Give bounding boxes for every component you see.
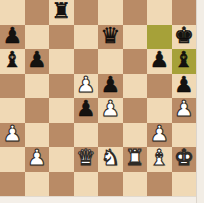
square-g6[interactable]: ♟ [147,49,172,74]
square-g5[interactable] [147,74,172,99]
square-e2[interactable]: ♞ [98,147,123,172]
square-e7[interactable]: ♛ [98,25,123,50]
square-f5[interactable] [123,74,148,99]
square-d5[interactable]: ♟ [74,74,99,99]
square-h8[interactable] [172,0,197,25]
black-rook[interactable]: ♜ [51,0,71,22]
square-a5[interactable] [0,74,25,99]
square-a7[interactable]: ♟ [0,25,25,50]
black-pawn[interactable]: ♟ [100,74,120,96]
square-h4[interactable]: ♟ [172,98,197,123]
square-a3[interactable]: ♟ [0,123,25,148]
square-f7[interactable] [123,25,148,50]
square-d3[interactable] [74,123,99,148]
white-knight[interactable]: ♞ [100,147,120,169]
square-b1[interactable] [25,172,50,197]
square-h2[interactable]: ♚ [172,147,197,172]
square-c7[interactable] [49,25,74,50]
square-h5[interactable]: ♟ [172,74,197,99]
square-d4[interactable]: ♟ [74,98,99,123]
black-pawn[interactable]: ♟ [2,25,22,47]
square-d6[interactable] [74,49,99,74]
square-d1[interactable] [74,172,99,197]
square-f3[interactable] [123,123,148,148]
white-king[interactable]: ♚ [174,147,194,169]
white-pawn[interactable]: ♟ [76,74,96,96]
square-b6[interactable]: ♟ [25,49,50,74]
square-a4[interactable] [0,98,25,123]
square-c3[interactable] [49,123,74,148]
square-c8[interactable]: ♜ [49,0,74,25]
black-pawn[interactable]: ♟ [174,74,194,96]
white-pawn[interactable]: ♟ [149,123,169,145]
square-b5[interactable] [25,74,50,99]
board-bottom-margin [0,196,196,203]
square-h7[interactable]: ♚ [172,25,197,50]
square-c1[interactable] [49,172,74,197]
square-g2[interactable]: ♝ [147,147,172,172]
chess-board: ♜♟♛♚♝♟♟♝♟♟♟♟♟♟♟♟♟♛♞♜♝♚ [0,0,196,196]
square-f2[interactable]: ♜ [123,147,148,172]
square-e8[interactable] [98,0,123,25]
square-h6[interactable]: ♝ [172,49,197,74]
square-f1[interactable] [123,172,148,197]
square-e6[interactable] [98,49,123,74]
white-pawn[interactable]: ♟ [100,98,120,120]
square-g7[interactable] [147,25,172,50]
square-h3[interactable] [172,123,197,148]
white-pawn[interactable]: ♟ [174,98,194,120]
white-rook[interactable]: ♜ [125,147,145,169]
black-pawn[interactable]: ♟ [149,49,169,71]
square-b3[interactable] [25,123,50,148]
board-right-margin [196,0,204,203]
square-g1[interactable] [147,172,172,197]
square-b4[interactable] [25,98,50,123]
square-c6[interactable] [49,49,74,74]
black-bishop[interactable]: ♝ [2,49,22,71]
black-king[interactable]: ♚ [174,25,194,47]
square-g4[interactable] [147,98,172,123]
square-d8[interactable] [74,0,99,25]
square-f4[interactable] [123,98,148,123]
square-a6[interactable]: ♝ [0,49,25,74]
square-b2[interactable]: ♟ [25,147,50,172]
square-b7[interactable] [25,25,50,50]
square-e5[interactable]: ♟ [98,74,123,99]
black-bishop[interactable]: ♝ [174,49,194,71]
square-a8[interactable] [0,0,25,25]
square-c2[interactable] [49,147,74,172]
square-g3[interactable]: ♟ [147,123,172,148]
square-f6[interactable] [123,49,148,74]
square-b8[interactable] [25,0,50,25]
square-g8[interactable] [147,0,172,25]
white-queen[interactable]: ♛ [76,147,96,169]
square-f8[interactable] [123,0,148,25]
white-pawn[interactable]: ♟ [27,147,47,169]
square-e3[interactable] [98,123,123,148]
black-pawn[interactable]: ♟ [27,49,47,71]
square-d2[interactable]: ♛ [74,147,99,172]
square-e1[interactable] [98,172,123,197]
black-queen[interactable]: ♛ [100,25,120,47]
white-pawn[interactable]: ♟ [2,123,22,145]
page: ♜♟♛♚♝♟♟♝♟♟♟♟♟♟♟♟♟♛♞♜♝♚ [0,0,204,203]
square-h1[interactable] [172,172,197,197]
square-c4[interactable] [49,98,74,123]
black-pawn[interactable]: ♟ [76,98,96,120]
square-c5[interactable] [49,74,74,99]
square-a2[interactable] [0,147,25,172]
square-a1[interactable] [0,172,25,197]
white-bishop[interactable]: ♝ [149,147,169,169]
square-e4[interactable]: ♟ [98,98,123,123]
square-d7[interactable] [74,25,99,50]
